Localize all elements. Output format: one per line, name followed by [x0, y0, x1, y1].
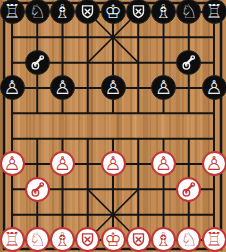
piece-black-advisor[interactable] — [75, 0, 100, 24]
soldier-glyph: ♙ — [155, 78, 172, 97]
piece-red-soldier[interactable]: ♙ — [50, 151, 75, 176]
piece-black-elephant[interactable]: ♗ — [50, 0, 75, 24]
piece-red-soldier[interactable]: ♙ — [151, 151, 176, 176]
horse-glyph: ♘ — [180, 230, 197, 249]
piece-black-elephant[interactable]: ♗ — [151, 0, 176, 24]
chariot-glyph: ♖ — [4, 2, 21, 21]
elephant-glyph: ♗ — [155, 230, 172, 249]
piece-black-soldier[interactable]: ♙ — [0, 75, 25, 100]
shield-x-icon — [130, 231, 147, 248]
piece-red-soldier[interactable]: ♙ — [0, 151, 25, 176]
xiangqi-board: ♖♘♗ ♔ ♗♘♖ ♙♙♙♙♙♙♙♙♙♙ ♖♘♗ ♔ ♗♘♖ — [0, 0, 226, 252]
shield-x-icon — [79, 3, 96, 20]
elephant-glyph: ♗ — [54, 2, 71, 21]
elephant-glyph: ♗ — [54, 230, 71, 249]
general-glyph: ♔ — [105, 2, 122, 21]
soldier-glyph: ♙ — [105, 78, 122, 97]
piece-black-cannon[interactable] — [176, 50, 201, 75]
piece-red-elephant[interactable]: ♗ — [50, 227, 75, 252]
cannon-icon — [29, 181, 46, 198]
cannon-icon — [180, 181, 197, 198]
piece-black-soldier[interactable]: ♙ — [151, 75, 176, 100]
piece-red-chariot[interactable]: ♖ — [202, 227, 226, 252]
piece-red-cannon[interactable] — [25, 177, 50, 202]
piece-red-chariot[interactable]: ♖ — [0, 227, 25, 252]
horse-glyph: ♘ — [29, 2, 46, 21]
piece-red-cannon[interactable] — [176, 177, 201, 202]
chariot-glyph: ♖ — [206, 2, 223, 21]
piece-red-general[interactable]: ♔ — [101, 227, 126, 252]
soldier-glyph: ♙ — [206, 154, 223, 173]
piece-red-soldier[interactable]: ♙ — [202, 151, 226, 176]
soldier-glyph: ♙ — [4, 154, 21, 173]
piece-black-advisor[interactable] — [126, 0, 151, 24]
piece-red-advisor[interactable] — [75, 227, 100, 252]
pieces-layer[interactable]: ♖♘♗ ♔ ♗♘♖ ♙♙♙♙♙♙♙♙♙♙ ♖♘♗ ♔ ♗♘♖ — [0, 0, 226, 252]
horse-glyph: ♘ — [180, 2, 197, 21]
soldier-glyph: ♙ — [4, 78, 21, 97]
soldier-glyph: ♙ — [155, 154, 172, 173]
piece-black-soldier[interactable]: ♙ — [50, 75, 75, 100]
piece-black-cannon[interactable] — [25, 50, 50, 75]
piece-black-horse[interactable]: ♘ — [176, 0, 201, 24]
piece-black-chariot[interactable]: ♖ — [202, 0, 226, 24]
piece-black-soldier[interactable]: ♙ — [202, 75, 226, 100]
piece-red-horse[interactable]: ♘ — [25, 227, 50, 252]
horse-glyph: ♘ — [29, 230, 46, 249]
piece-black-chariot[interactable]: ♖ — [0, 0, 25, 24]
chariot-glyph: ♖ — [206, 230, 223, 249]
elephant-glyph: ♗ — [155, 2, 172, 21]
piece-black-horse[interactable]: ♘ — [25, 0, 50, 24]
cannon-icon — [180, 54, 197, 71]
piece-black-soldier[interactable]: ♙ — [101, 75, 126, 100]
piece-red-elephant[interactable]: ♗ — [151, 227, 176, 252]
piece-red-advisor[interactable] — [126, 227, 151, 252]
soldier-glyph: ♙ — [206, 78, 223, 97]
cannon-icon — [29, 54, 46, 71]
piece-red-horse[interactable]: ♘ — [176, 227, 201, 252]
soldier-glyph: ♙ — [54, 154, 71, 173]
shield-x-icon — [79, 231, 96, 248]
chariot-glyph: ♖ — [4, 230, 21, 249]
piece-black-general[interactable]: ♔ — [101, 0, 126, 24]
soldier-glyph: ♙ — [105, 154, 122, 173]
piece-red-soldier[interactable]: ♙ — [101, 151, 126, 176]
shield-x-icon — [130, 3, 147, 20]
general-glyph: ♔ — [105, 230, 122, 249]
soldier-glyph: ♙ — [54, 78, 71, 97]
